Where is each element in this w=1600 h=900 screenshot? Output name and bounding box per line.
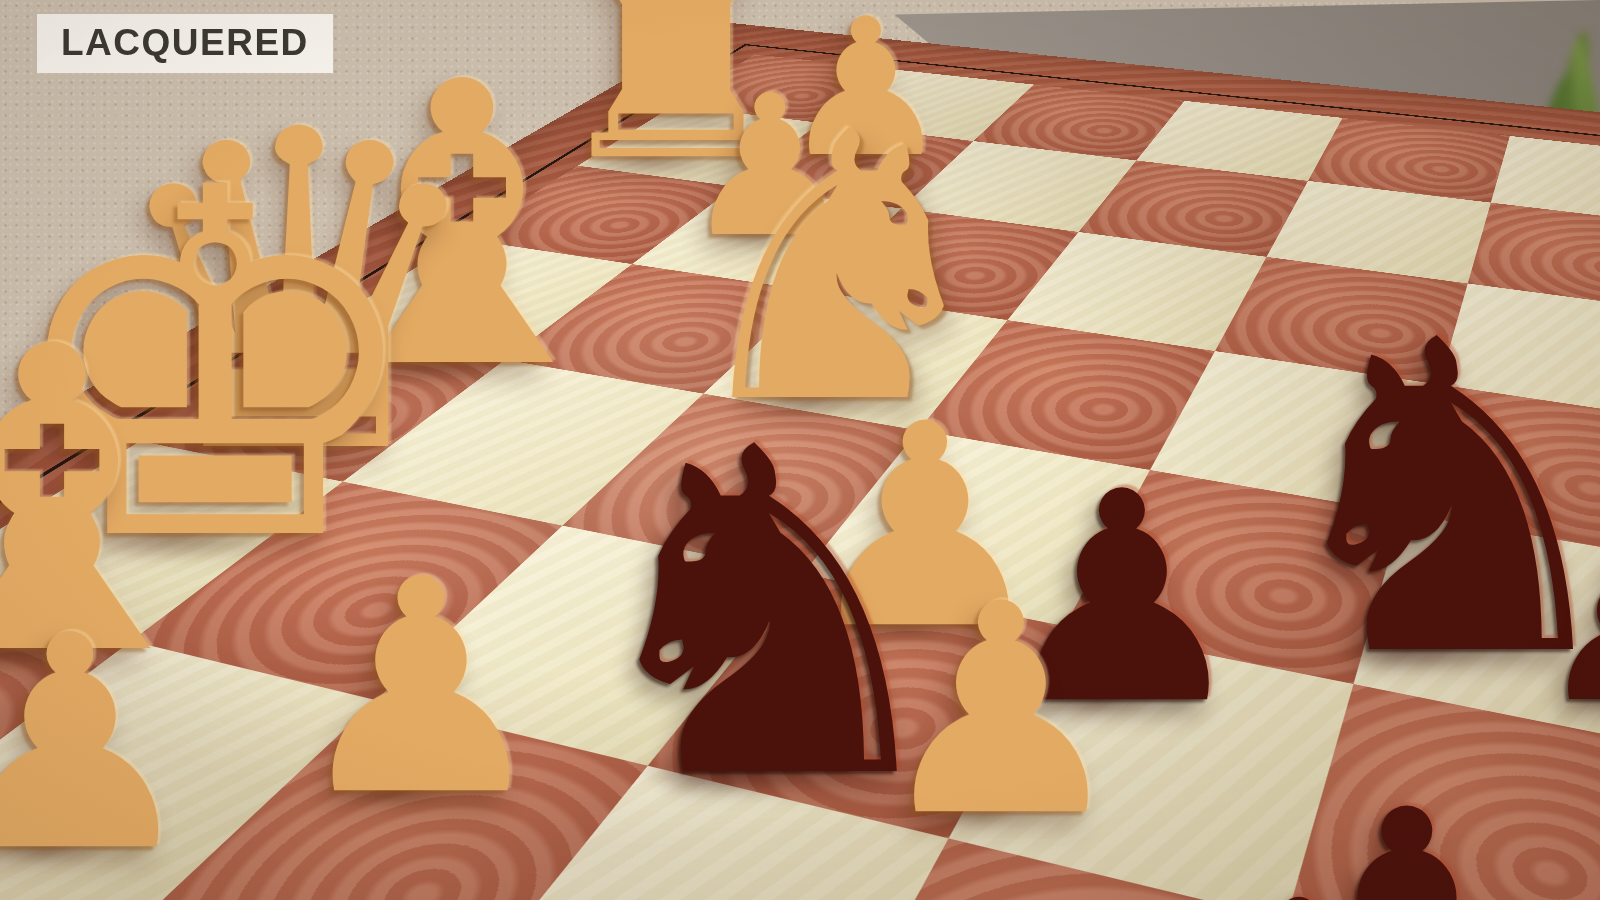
piece-white-bishop: ♝ <box>0 293 262 713</box>
piece-shadow <box>696 220 809 249</box>
piece-shadow <box>794 141 904 170</box>
piece-black-pawn: ♟ <box>1528 530 1600 730</box>
piece-shadow <box>891 790 1059 834</box>
piece-black-pawn: ♟ <box>1247 768 1567 900</box>
piece-white-pawn: ♟ <box>785 387 1065 667</box>
lacquered-label: LACQUERED <box>37 14 333 73</box>
piece-shadow <box>131 415 386 481</box>
product-photo-scene: ♜♟♟♝♞♛♚♟♞♟♝♟♞♟♟♟♟♟ LACQUERED <box>0 0 1600 900</box>
piece-shadow <box>697 370 912 426</box>
piece-black-pawn: ♟ <box>977 454 1267 744</box>
piece-black-knight: ♞ <box>543 390 993 840</box>
piece-white-knight: ♞ <box>653 84 1023 454</box>
piece-shadow <box>0 826 129 870</box>
piece-white-pawn: ♟ <box>0 597 218 892</box>
piece-shadow <box>33 499 311 571</box>
piece-black-pawn: ♟ <box>1187 871 1412 900</box>
piece-white-queen: ♛ <box>78 74 518 514</box>
piece-shadow <box>314 334 540 393</box>
piece-shadow <box>597 738 858 806</box>
piece-shadow <box>0 619 136 682</box>
piece-shadow <box>1012 678 1180 722</box>
piece-shadow <box>1552 685 1600 715</box>
piece-white-pawn: ♟ <box>673 69 868 264</box>
pieces-layer: ♜♟♟♝♞♛♚♟♞♟♝♟♞♟♟♟♟♟ <box>0 0 1600 900</box>
piece-shadow <box>1287 618 1536 683</box>
piece-white-bishop: ♝ <box>267 32 657 422</box>
piece-shadow <box>819 604 981 646</box>
piece-shadow <box>309 770 480 814</box>
piece-white-king: ♚ <box>0 127 455 607</box>
piece-white-rook: ♜ <box>526 0 826 203</box>
piece-white-pawn: ♟ <box>771 0 961 184</box>
piece-white-pawn: ♟ <box>856 566 1146 856</box>
piece-shadow <box>562 136 736 181</box>
piece-white-pawn: ♟ <box>274 541 569 836</box>
piece-black-knight: ♞ <box>1235 285 1600 715</box>
